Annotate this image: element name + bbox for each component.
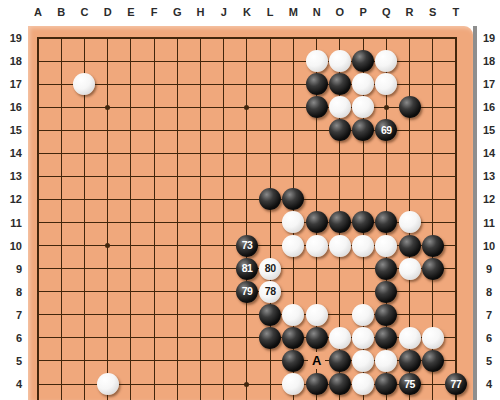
row-label: 4: [479, 377, 499, 391]
column-label: P: [353, 6, 373, 18]
black-stone: [375, 327, 397, 349]
white-stone: [375, 73, 397, 95]
white-stone: [375, 235, 397, 257]
black-stone: [352, 211, 374, 233]
row-label: 15: [0, 123, 22, 137]
board-annotation-A: A: [308, 352, 325, 369]
black-stone: [282, 327, 304, 349]
white-stone: [352, 327, 374, 349]
row-label: 12: [0, 192, 22, 206]
white-stone: [282, 235, 304, 257]
white-stone: [352, 304, 374, 326]
go-board[interactable]: 6973818079787577A: [28, 26, 473, 400]
row-label: 13: [0, 169, 22, 183]
black-stone: [399, 350, 421, 372]
black-stone-move-73: 73: [236, 235, 258, 257]
black-stone: [352, 119, 374, 141]
black-stone-move-79: 79: [236, 281, 258, 303]
white-stone-move-78: 78: [259, 281, 281, 303]
white-stone: [422, 327, 444, 349]
row-label: 6: [479, 331, 499, 345]
white-stone: [375, 50, 397, 72]
black-stone: [306, 96, 328, 118]
white-stone: [399, 327, 421, 349]
white-stone: [282, 304, 304, 326]
row-label: 6: [0, 331, 22, 345]
black-stone: [422, 350, 444, 372]
black-stone-move-77: 77: [445, 373, 467, 395]
black-stone: [282, 188, 304, 210]
black-stone: [329, 119, 351, 141]
white-stone: [352, 73, 374, 95]
white-stone: [375, 350, 397, 372]
row-label: 18: [479, 54, 499, 68]
black-stone-move-69: 69: [375, 119, 397, 141]
column-label: G: [167, 6, 187, 18]
black-stone: [282, 350, 304, 372]
black-stone-move-75: 75: [399, 373, 421, 395]
row-label: 8: [0, 285, 22, 299]
row-label: 7: [0, 308, 22, 322]
white-stone: [306, 235, 328, 257]
row-label: 7: [479, 308, 499, 322]
column-label: C: [74, 6, 94, 18]
row-label: 17: [0, 77, 22, 91]
column-label: L: [260, 6, 280, 18]
black-stone: [306, 327, 328, 349]
black-stone: [422, 235, 444, 257]
black-stone-move-81: 81: [236, 258, 258, 280]
row-label: 9: [479, 262, 499, 276]
column-label: H: [191, 6, 211, 18]
row-label: 9: [0, 262, 22, 276]
row-label: 19: [479, 31, 499, 45]
column-label: A: [28, 6, 48, 18]
row-label: 5: [479, 354, 499, 368]
column-label: J: [214, 6, 234, 18]
black-stone: [375, 373, 397, 395]
black-stone: [329, 373, 351, 395]
white-stone: [306, 304, 328, 326]
white-stone: [352, 350, 374, 372]
white-stone-move-80: 80: [259, 258, 281, 280]
row-label: 11: [479, 216, 499, 230]
black-stone: [375, 281, 397, 303]
row-label: 4: [0, 377, 22, 391]
white-stone: [399, 211, 421, 233]
white-stone: [282, 211, 304, 233]
black-stone: [329, 73, 351, 95]
white-stone: [97, 373, 119, 395]
column-label: T: [446, 6, 466, 18]
column-label: M: [283, 6, 303, 18]
stones-layer: 6973818079787577A: [26, 26, 467, 395]
row-label: 10: [0, 239, 22, 253]
column-label: R: [400, 6, 420, 18]
row-label: 18: [0, 54, 22, 68]
row-label: 14: [0, 146, 22, 160]
black-stone: [306, 73, 328, 95]
board-edge-bar: [473, 26, 477, 400]
black-stone: [375, 304, 397, 326]
black-stone: [329, 350, 351, 372]
black-stone: [375, 258, 397, 280]
column-label: O: [330, 6, 350, 18]
white-stone: [306, 50, 328, 72]
row-label: 12: [479, 192, 499, 206]
black-stone: [399, 235, 421, 257]
column-label: Q: [376, 6, 396, 18]
black-stone: [329, 211, 351, 233]
white-stone: [352, 235, 374, 257]
column-label: E: [121, 6, 141, 18]
column-label: D: [98, 6, 118, 18]
black-stone: [259, 188, 281, 210]
column-label: F: [144, 6, 164, 18]
black-stone: [399, 96, 421, 118]
row-label: 11: [0, 216, 22, 230]
black-stone: [306, 211, 328, 233]
white-stone: [352, 96, 374, 118]
row-label: 8: [479, 285, 499, 299]
row-label: 5: [0, 354, 22, 368]
black-stone: [422, 258, 444, 280]
white-stone: [329, 96, 351, 118]
column-label: K: [237, 6, 257, 18]
row-label: 16: [0, 100, 22, 114]
white-stone: [399, 258, 421, 280]
white-stone: [329, 50, 351, 72]
black-stone: [259, 327, 281, 349]
white-stone: [329, 327, 351, 349]
column-label: S: [423, 6, 443, 18]
white-stone: [329, 235, 351, 257]
row-label: 13: [479, 169, 499, 183]
black-stone: [352, 50, 374, 72]
white-stone: [73, 73, 95, 95]
row-label: 16: [479, 100, 499, 114]
black-stone: [375, 211, 397, 233]
black-stone: [306, 373, 328, 395]
white-stone: [352, 373, 374, 395]
column-label: N: [307, 6, 327, 18]
column-label: B: [51, 6, 71, 18]
row-label: 17: [479, 77, 499, 91]
white-stone: [282, 373, 304, 395]
row-label: 14: [479, 146, 499, 160]
go-board-screen: ABCDEFGHJKLMNOPQRST 19181716151413121110…: [0, 0, 500, 400]
row-label: 10: [479, 239, 499, 253]
row-label: 19: [0, 31, 22, 45]
row-label: 15: [479, 123, 499, 137]
black-stone: [259, 304, 281, 326]
